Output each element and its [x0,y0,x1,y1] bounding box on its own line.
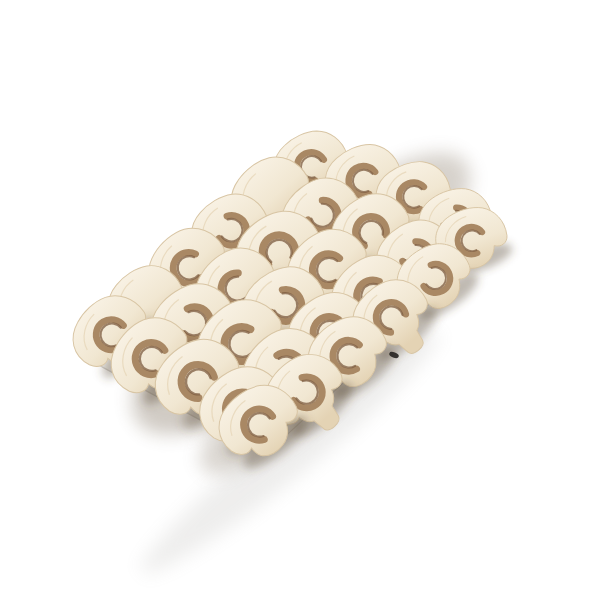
product-photo-svg [0,0,600,600]
product-image-canvas [0,0,600,600]
